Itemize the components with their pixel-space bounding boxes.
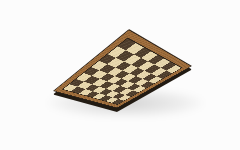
- product-photo-backdrop: [0, 0, 240, 150]
